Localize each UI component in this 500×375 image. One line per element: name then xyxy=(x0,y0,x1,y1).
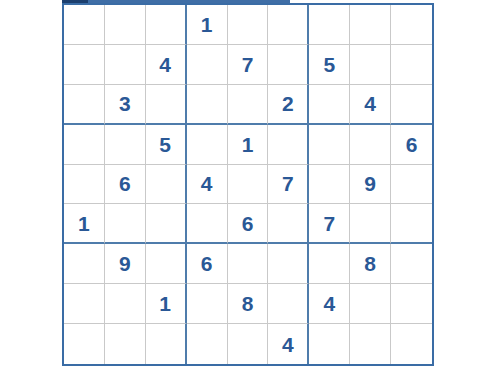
cell-r6c8[interactable] xyxy=(350,204,391,244)
cell-r5c8[interactable]: 9 xyxy=(350,165,391,205)
cell-r8c3[interactable]: 1 xyxy=(146,284,187,324)
cell-r3c9[interactable] xyxy=(391,85,432,125)
cell-r3c6[interactable]: 2 xyxy=(268,85,309,125)
cell-r8c8[interactable] xyxy=(350,284,391,324)
cell-r2c2[interactable] xyxy=(105,45,146,85)
cell-r7c9[interactable] xyxy=(391,244,432,284)
cell-r2c7[interactable]: 5 xyxy=(309,45,350,85)
cell-r2c1[interactable] xyxy=(64,45,105,85)
cell-r3c5[interactable] xyxy=(228,85,269,125)
cell-r7c7[interactable] xyxy=(309,244,350,284)
cell-r5c4[interactable]: 4 xyxy=(187,165,228,205)
cell-r9c4[interactable] xyxy=(187,324,228,364)
cell-r8c6[interactable] xyxy=(268,284,309,324)
cell-r4c7[interactable] xyxy=(309,125,350,165)
cell-r8c7[interactable]: 4 xyxy=(309,284,350,324)
cell-r8c5[interactable]: 8 xyxy=(228,284,269,324)
cell-r5c2[interactable]: 6 xyxy=(105,165,146,205)
cell-r1c2[interactable] xyxy=(105,5,146,45)
cell-r9c3[interactable] xyxy=(146,324,187,364)
cell-r9c8[interactable] xyxy=(350,324,391,364)
cell-r6c4[interactable] xyxy=(187,204,228,244)
cell-r9c9[interactable] xyxy=(391,324,432,364)
cell-r8c9[interactable] xyxy=(391,284,432,324)
cell-r8c2[interactable] xyxy=(105,284,146,324)
cell-r7c8[interactable]: 8 xyxy=(350,244,391,284)
cell-r6c2[interactable] xyxy=(105,204,146,244)
cell-r6c1[interactable]: 1 xyxy=(64,204,105,244)
cell-r6c9[interactable] xyxy=(391,204,432,244)
cell-r1c6[interactable] xyxy=(268,5,309,45)
cell-r6c6[interactable] xyxy=(268,204,309,244)
cell-r1c4[interactable]: 1 xyxy=(187,5,228,45)
cell-r1c5[interactable] xyxy=(228,5,269,45)
cell-r1c8[interactable] xyxy=(350,5,391,45)
cell-r6c7[interactable]: 7 xyxy=(309,204,350,244)
cell-r4c8[interactable] xyxy=(350,125,391,165)
cell-r1c7[interactable] xyxy=(309,5,350,45)
cell-r3c1[interactable] xyxy=(64,85,105,125)
cell-r7c5[interactable] xyxy=(228,244,269,284)
cell-r2c5[interactable]: 7 xyxy=(228,45,269,85)
cell-r7c1[interactable] xyxy=(64,244,105,284)
cell-r7c2[interactable]: 9 xyxy=(105,244,146,284)
cell-r2c4[interactable] xyxy=(187,45,228,85)
sudoku-board: 147532451664791679681844 xyxy=(62,3,434,366)
cell-r1c1[interactable] xyxy=(64,5,105,45)
cell-r4c4[interactable] xyxy=(187,125,228,165)
cell-r2c3[interactable]: 4 xyxy=(146,45,187,85)
cell-r9c5[interactable] xyxy=(228,324,269,364)
cell-r9c7[interactable] xyxy=(309,324,350,364)
cell-r1c9[interactable] xyxy=(391,5,432,45)
cell-r8c1[interactable] xyxy=(64,284,105,324)
cell-r2c6[interactable] xyxy=(268,45,309,85)
cell-r4c9[interactable]: 6 xyxy=(391,125,432,165)
cell-r4c3[interactable]: 5 xyxy=(146,125,187,165)
cell-r4c6[interactable] xyxy=(268,125,309,165)
cell-r5c6[interactable]: 7 xyxy=(268,165,309,205)
cell-r4c1[interactable] xyxy=(64,125,105,165)
cell-r1c3[interactable] xyxy=(146,5,187,45)
cell-r6c5[interactable]: 6 xyxy=(228,204,269,244)
cell-r7c3[interactable] xyxy=(146,244,187,284)
cell-r9c6[interactable]: 4 xyxy=(268,324,309,364)
cell-r3c4[interactable] xyxy=(187,85,228,125)
cell-r3c8[interactable]: 4 xyxy=(350,85,391,125)
cell-r3c3[interactable] xyxy=(146,85,187,125)
cell-r7c6[interactable] xyxy=(268,244,309,284)
cell-r3c7[interactable] xyxy=(309,85,350,125)
sudoku-page: 147532451664791679681844 xyxy=(0,0,500,375)
cell-r2c8[interactable] xyxy=(350,45,391,85)
cell-r5c7[interactable] xyxy=(309,165,350,205)
cell-r8c4[interactable] xyxy=(187,284,228,324)
cell-r5c5[interactable] xyxy=(228,165,269,205)
cell-r7c4[interactable]: 6 xyxy=(187,244,228,284)
cell-r9c2[interactable] xyxy=(105,324,146,364)
cell-r5c3[interactable] xyxy=(146,165,187,205)
cell-r4c5[interactable]: 1 xyxy=(228,125,269,165)
cell-r5c1[interactable] xyxy=(64,165,105,205)
cell-r5c9[interactable] xyxy=(391,165,432,205)
cell-r6c3[interactable] xyxy=(146,204,187,244)
cell-r9c1[interactable] xyxy=(64,324,105,364)
cell-r3c2[interactable]: 3 xyxy=(105,85,146,125)
cell-r4c2[interactable] xyxy=(105,125,146,165)
cell-r2c9[interactable] xyxy=(391,45,432,85)
